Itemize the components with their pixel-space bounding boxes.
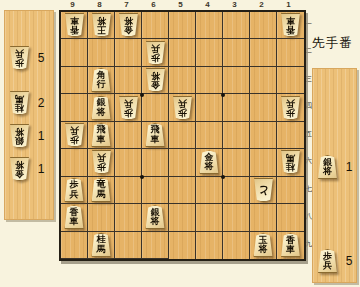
square-5h[interactable]	[169, 204, 196, 231]
piece-kanji: 兵	[323, 261, 332, 271]
board-container: 香車王将金将香車歩兵角行金将銀将歩兵歩兵歩兵歩兵飛車飛車歩兵金将桂馬歩兵竜馬と香…	[59, 10, 306, 261]
piece-face: 銀将	[145, 205, 166, 229]
gote-pawn-piece[interactable]: 歩兵	[280, 96, 301, 120]
piece-kanji: 桂	[15, 103, 24, 113]
piece-kanji: 車	[286, 16, 295, 26]
piece-face: 桂馬	[280, 150, 301, 174]
gote-gold-piece[interactable]: 金将	[118, 13, 139, 37]
square-7a[interactable]: 金将	[115, 12, 142, 39]
piece-kanji: と	[257, 184, 268, 196]
piece-kanji: 将	[151, 71, 160, 81]
square-5b[interactable]	[169, 39, 196, 66]
sente-lance-piece[interactable]: 香車	[280, 233, 301, 257]
square-1i[interactable]: 香車	[277, 232, 304, 259]
square-1g[interactable]	[277, 177, 304, 204]
square-1d[interactable]: 歩兵	[277, 94, 304, 121]
square-6e[interactable]: 飛車	[142, 122, 169, 149]
piece-kanji: 王	[97, 25, 106, 35]
sente-hand-tray: 銀将1歩兵5	[312, 68, 357, 283]
square-9c[interactable]	[61, 67, 88, 94]
square-6c[interactable]: 金将	[142, 67, 169, 94]
file-labels: 987654321	[59, 0, 306, 9]
piece-face: 金将	[199, 150, 220, 174]
gote-pawn-piece[interactable]: 歩兵	[9, 46, 30, 70]
sente-silver-piece[interactable]: 銀将	[317, 155, 338, 179]
piece-kanji: 兵	[70, 125, 79, 135]
piece-face: 歩兵	[9, 46, 30, 70]
piece-kanji: 馬	[97, 245, 106, 255]
piece-face: 飛車	[145, 123, 166, 147]
piece-kanji: 兵	[178, 98, 187, 108]
shogi-board: 香車王将金将香車歩兵角行金将銀将歩兵歩兵歩兵歩兵飛車飛車歩兵金将桂馬歩兵竜馬と香…	[59, 10, 306, 261]
piece-face: 角行	[91, 68, 112, 92]
square-2i[interactable]: 玉将	[250, 232, 277, 259]
piece-kanji: 車	[286, 245, 295, 255]
square-7c[interactable]	[115, 67, 142, 94]
square-8g[interactable]: 竜馬	[88, 177, 115, 204]
square-2h[interactable]	[250, 204, 277, 231]
square-9f[interactable]	[61, 149, 88, 176]
star-point	[140, 93, 144, 97]
piece-kanji: 歩	[70, 135, 79, 145]
square-6i[interactable]	[142, 232, 169, 259]
gote-gold-piece[interactable]: 金将	[9, 157, 30, 181]
square-1e[interactable]	[277, 122, 304, 149]
square-3i[interactable]	[223, 232, 250, 259]
gote-knight-piece[interactable]: 桂馬	[9, 91, 30, 115]
square-3f[interactable]	[223, 149, 250, 176]
gote-lance-piece[interactable]: 香車	[280, 13, 301, 37]
piece-kanji: 銀	[15, 136, 24, 146]
piece-face: 歩兵	[145, 41, 166, 65]
square-4g[interactable]	[196, 177, 223, 204]
square-3d[interactable]	[223, 94, 250, 121]
sente-hand-pawn[interactable]: 歩兵5	[317, 247, 354, 275]
piece-face: 香車	[280, 13, 301, 37]
square-3a[interactable]	[223, 12, 250, 39]
square-9h[interactable]: 香車	[61, 204, 88, 231]
piece-kanji: 兵	[124, 98, 133, 108]
square-8e[interactable]: 飛車	[88, 122, 115, 149]
piece-face: 歩兵	[280, 96, 301, 120]
piece-face: 銀将	[91, 96, 112, 120]
rank-label-8: 八	[305, 203, 312, 231]
square-5e[interactable]	[169, 122, 196, 149]
square-3c[interactable]	[223, 67, 250, 94]
square-6h[interactable]: 銀将	[142, 204, 169, 231]
gote-tokin-piece[interactable]: と	[253, 178, 274, 202]
rank-labels: 一二三四五六七八九	[305, 10, 312, 258]
sente-king-piece[interactable]: 玉将	[253, 233, 274, 257]
piece-face: 歩兵	[317, 249, 338, 273]
rank-label-4: 四	[305, 93, 312, 121]
square-6b[interactable]: 歩兵	[142, 39, 169, 66]
piece-kanji: 歩	[97, 162, 106, 172]
piece-face: 銀将	[317, 155, 338, 179]
file-label-4: 4	[194, 0, 221, 9]
rank-label-6: 六	[305, 148, 312, 176]
piece-kanji: 馬	[286, 153, 295, 163]
piece-face: 歩兵	[91, 150, 112, 174]
piece-face: 香車	[64, 205, 85, 229]
piece-face: 金将	[118, 13, 139, 37]
sente-knight-piece[interactable]: 桂馬	[91, 233, 112, 257]
piece-kanji: 金	[124, 25, 133, 35]
square-4a[interactable]	[196, 12, 223, 39]
file-label-1: 1	[275, 0, 302, 9]
piece-kanji: 香	[70, 25, 79, 35]
square-7h[interactable]	[115, 204, 142, 231]
star-point	[221, 93, 225, 97]
rank-label-3: 三	[305, 65, 312, 93]
piece-face: 王将	[91, 13, 112, 37]
square-3b[interactable]	[223, 39, 250, 66]
piece-kanji: 将	[15, 160, 24, 170]
sente-gold-piece[interactable]: 金将	[199, 150, 220, 174]
square-8d[interactable]: 銀将	[88, 94, 115, 121]
square-6f[interactable]	[142, 149, 169, 176]
rank-label-7: 七	[305, 175, 312, 203]
square-1h[interactable]	[277, 204, 304, 231]
square-3g[interactable]	[223, 177, 250, 204]
piece-face: 玉将	[253, 233, 274, 257]
rank-label-9: 九	[305, 230, 312, 258]
gote-pawn-piece[interactable]: 歩兵	[64, 123, 85, 147]
piece-kanji: 馬	[15, 94, 24, 104]
piece-kanji: 歩	[151, 53, 160, 63]
piece-kanji: 兵	[286, 98, 295, 108]
square-8c[interactable]: 角行	[88, 67, 115, 94]
file-label-5: 5	[167, 0, 194, 9]
sente-silver-piece[interactable]: 銀将	[145, 205, 166, 229]
gote-pawn-piece[interactable]: 歩兵	[145, 41, 166, 65]
piece-kanji: 将	[205, 162, 214, 172]
piece-face: 竜馬	[91, 178, 112, 202]
square-3h[interactable]	[223, 204, 250, 231]
piece-kanji: 行	[97, 80, 106, 90]
piece-kanji: 兵	[97, 153, 106, 163]
square-5f[interactable]	[169, 149, 196, 176]
piece-kanji: 車	[151, 135, 160, 145]
piece-kanji: 歩	[15, 58, 24, 68]
square-2g[interactable]: と	[250, 177, 277, 204]
square-7d[interactable]: 歩兵	[115, 94, 142, 121]
piece-face: 金将	[9, 157, 30, 181]
sente-pawn-piece[interactable]: 歩兵	[317, 249, 338, 273]
gote-pawn-piece[interactable]: 歩兵	[172, 96, 193, 120]
piece-face: 香車	[280, 233, 301, 257]
square-8f[interactable]: 歩兵	[88, 149, 115, 176]
piece-kanji: 将	[97, 16, 106, 26]
hand-count: 2	[36, 96, 46, 110]
file-label-2: 2	[248, 0, 275, 9]
sente-bishop-piece[interactable]: 角行	[91, 68, 112, 92]
gote-hand-silver[interactable]: 銀将1	[9, 122, 46, 150]
piece-kanji: 車	[70, 217, 79, 227]
square-2c[interactable]	[250, 67, 277, 94]
square-7f[interactable]	[115, 149, 142, 176]
square-7b[interactable]	[115, 39, 142, 66]
sente-lance-piece[interactable]: 香車	[64, 205, 85, 229]
sente-pawn-piece[interactable]: 歩兵	[64, 178, 85, 202]
square-5a[interactable]	[169, 12, 196, 39]
piece-kanji: 金	[151, 80, 160, 90]
square-5g[interactable]	[169, 177, 196, 204]
gote-gold-piece[interactable]: 金将	[145, 68, 166, 92]
sente-silver-piece[interactable]: 銀将	[91, 96, 112, 120]
square-7e[interactable]	[115, 122, 142, 149]
piece-face: 金将	[145, 68, 166, 92]
square-8b[interactable]	[88, 39, 115, 66]
square-9a[interactable]: 香車	[61, 12, 88, 39]
gote-king-piece[interactable]: 王将	[91, 13, 112, 37]
square-8h[interactable]	[88, 204, 115, 231]
hand-count: 1	[36, 129, 46, 143]
square-6d[interactable]	[142, 94, 169, 121]
piece-face: 飛車	[91, 123, 112, 147]
rank-label-2: 二	[305, 38, 312, 66]
file-label-8: 8	[86, 0, 113, 9]
square-8a[interactable]: 王将	[88, 12, 115, 39]
square-9e[interactable]: 歩兵	[61, 122, 88, 149]
piece-kanji: 将	[15, 127, 24, 137]
square-2a[interactable]	[250, 12, 277, 39]
hand-count: 1	[344, 160, 354, 174]
gote-pawn-piece[interactable]: 歩兵	[91, 150, 112, 174]
square-6g[interactable]	[142, 177, 169, 204]
gote-hand-pawn[interactable]: 歩兵5	[9, 44, 46, 72]
square-5c[interactable]	[169, 67, 196, 94]
hand-count: 5	[344, 254, 354, 268]
rank-label-1: 一	[305, 10, 312, 38]
piece-kanji: 車	[97, 135, 106, 145]
square-3e[interactable]	[223, 122, 250, 149]
square-4c[interactable]	[196, 67, 223, 94]
sente-rook-piece[interactable]: 飛車	[145, 123, 166, 147]
square-4h[interactable]	[196, 204, 223, 231]
piece-face: 歩兵	[64, 123, 85, 147]
square-1c[interactable]	[277, 67, 304, 94]
piece-kanji: 香	[286, 25, 295, 35]
piece-kanji: 将	[124, 16, 133, 26]
piece-face: 歩兵	[64, 178, 85, 202]
square-1a[interactable]: 香車	[277, 12, 304, 39]
piece-kanji: 将	[151, 217, 160, 227]
square-8i[interactable]: 桂馬	[88, 232, 115, 259]
gote-lance-piece[interactable]: 香車	[64, 13, 85, 37]
star-point	[221, 175, 225, 179]
piece-face: と	[253, 178, 274, 202]
gote-pawn-piece[interactable]: 歩兵	[118, 96, 139, 120]
file-label-6: 6	[140, 0, 167, 9]
piece-kanji: 将	[97, 108, 106, 118]
square-5d[interactable]: 歩兵	[169, 94, 196, 121]
square-2e[interactable]	[250, 122, 277, 149]
hand-count: 1	[36, 162, 46, 176]
gote-knight-piece[interactable]: 桂馬	[280, 150, 301, 174]
piece-kanji: 兵	[15, 49, 24, 59]
file-label-9: 9	[59, 0, 86, 9]
square-9d[interactable]	[61, 94, 88, 121]
square-9b[interactable]	[61, 39, 88, 66]
square-4i[interactable]	[196, 232, 223, 259]
square-1f[interactable]: 桂馬	[277, 149, 304, 176]
gote-hand-tray: 歩兵5桂馬2銀将1金将1	[4, 10, 54, 220]
turn-indicator: 先手番	[312, 35, 353, 52]
piece-face: 銀将	[9, 124, 30, 148]
star-point	[140, 175, 144, 179]
gote-silver-piece[interactable]: 銀将	[9, 124, 30, 148]
hand-count: 5	[36, 51, 46, 65]
square-4e[interactable]	[196, 122, 223, 149]
sente-promoted-bishop-horse-piece[interactable]: 竜馬	[91, 178, 112, 202]
square-4f[interactable]: 金将	[196, 149, 223, 176]
sente-rook-piece[interactable]: 飛車	[91, 123, 112, 147]
file-label-3: 3	[221, 0, 248, 9]
square-9g[interactable]: 歩兵	[61, 177, 88, 204]
square-9i[interactable]	[61, 232, 88, 259]
piece-face: 香車	[64, 13, 85, 37]
piece-face: 桂馬	[91, 233, 112, 257]
piece-kanji: 兵	[70, 190, 79, 200]
square-7g[interactable]	[115, 177, 142, 204]
piece-kanji: 車	[70, 16, 79, 26]
square-6a[interactable]	[142, 12, 169, 39]
piece-kanji: 馬	[97, 190, 106, 200]
piece-face: 歩兵	[172, 96, 193, 120]
piece-kanji: 桂	[286, 162, 295, 172]
piece-face: 桂馬	[9, 91, 30, 115]
gote-hand-knight[interactable]: 桂馬2	[9, 89, 46, 117]
piece-kanji: 金	[15, 169, 24, 179]
sente-hand-silver[interactable]: 銀将1	[317, 153, 354, 181]
piece-face: 歩兵	[118, 96, 139, 120]
square-2d[interactable]	[250, 94, 277, 121]
piece-kanji: 将	[323, 167, 332, 177]
rank-label-5: 五	[305, 120, 312, 148]
gote-hand-gold[interactable]: 金将1	[9, 155, 46, 183]
square-4b[interactable]	[196, 39, 223, 66]
square-7i[interactable]	[115, 232, 142, 259]
square-1b[interactable]	[277, 39, 304, 66]
piece-kanji: 兵	[151, 43, 160, 53]
square-2f[interactable]	[250, 149, 277, 176]
square-2b[interactable]	[250, 39, 277, 66]
file-label-7: 7	[113, 0, 140, 9]
square-4d[interactable]	[196, 94, 223, 121]
piece-kanji: 将	[259, 245, 268, 255]
square-5i[interactable]	[169, 232, 196, 259]
